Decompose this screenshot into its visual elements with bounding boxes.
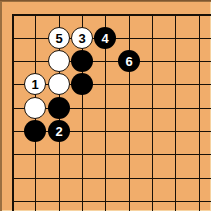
- grid-line-horizontal: [12, 178, 211, 179]
- go-stone-black: [48, 97, 70, 119]
- go-stone-black: [71, 73, 93, 95]
- grid-line-vertical: [152, 14, 153, 211]
- grid-line-horizontal: [12, 201, 211, 202]
- grid-line-vertical: [129, 14, 130, 211]
- go-stone-black: [24, 120, 46, 142]
- go-stone-white: [48, 50, 70, 72]
- grid-line-horizontal: [12, 154, 211, 155]
- grid-line-vertical: [199, 14, 200, 211]
- go-stone-white-move-5: 5: [48, 27, 70, 49]
- grid-line-horizontal: [12, 61, 211, 62]
- go-stone-white-move-1: 1: [24, 73, 46, 95]
- go-stone-black-move-2: 2: [48, 120, 70, 142]
- go-stone-white: [48, 73, 70, 95]
- go-stone-white-move-3: 3: [71, 27, 93, 49]
- go-board: 534612: [0, 0, 211, 211]
- grid-line-vertical: [12, 14, 14, 211]
- go-stone-black: [71, 50, 93, 72]
- go-stone-white: [24, 97, 46, 119]
- grid-line-horizontal: [12, 14, 211, 16]
- go-stone-black-move-6: 6: [118, 50, 140, 72]
- grid-line-vertical: [175, 14, 176, 211]
- go-stone-black-move-4: 4: [94, 27, 116, 49]
